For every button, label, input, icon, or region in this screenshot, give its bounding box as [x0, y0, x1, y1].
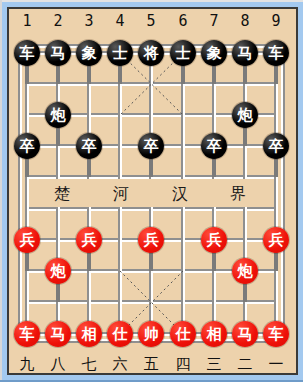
- file-number-bottom: 八: [47, 355, 69, 374]
- piece-black-士[interactable]: 士: [170, 40, 196, 66]
- piece-red-炮[interactable]: 炮: [45, 258, 71, 284]
- window-edge-highlight-left: [0, 0, 2, 382]
- piece-red-兵[interactable]: 兵: [14, 227, 40, 253]
- piece-black-士[interactable]: 士: [107, 40, 133, 66]
- piece-black-炮[interactable]: 炮: [45, 102, 71, 128]
- piece-red-车[interactable]: 车: [263, 321, 289, 347]
- file-number-top: 2: [47, 12, 69, 30]
- piece-red-车[interactable]: 车: [14, 321, 40, 347]
- file-number-bottom: 七: [78, 355, 100, 374]
- piece-black-卒[interactable]: 卒: [263, 133, 289, 159]
- piece-black-马[interactable]: 马: [232, 40, 258, 66]
- file-number-bottom: 二: [234, 355, 256, 374]
- piece-red-仕[interactable]: 仕: [170, 321, 196, 347]
- file-number-bottom: 四: [172, 355, 194, 374]
- river-label: 楚: [52, 184, 72, 205]
- piece-red-帅[interactable]: 帅: [138, 321, 164, 347]
- river-label: 界: [228, 184, 248, 205]
- piece-red-兵[interactable]: 兵: [138, 227, 164, 253]
- piece-black-炮[interactable]: 炮: [232, 102, 258, 128]
- piece-black-象[interactable]: 象: [201, 40, 227, 66]
- piece-black-将[interactable]: 将: [138, 40, 164, 66]
- xiangqi-window: 楚河汉界 123456789 九八七六五四三二一 车马象士将士象马车炮炮卒卒卒卒…: [0, 0, 303, 382]
- piece-red-仕[interactable]: 仕: [107, 321, 133, 347]
- piece-black-卒[interactable]: 卒: [138, 133, 164, 159]
- file-number-top: 8: [234, 12, 256, 30]
- piece-red-兵[interactable]: 兵: [76, 227, 102, 253]
- piece-black-卒[interactable]: 卒: [201, 133, 227, 159]
- piece-red-马[interactable]: 马: [232, 321, 258, 347]
- file-number-top: 6: [172, 12, 194, 30]
- file-number-bottom: 一: [265, 355, 287, 374]
- piece-red-马[interactable]: 马: [45, 321, 71, 347]
- file-number-bottom: 九: [16, 355, 38, 374]
- window-edge-highlight-top: [0, 0, 303, 2]
- file-number-bottom: 三: [203, 355, 225, 374]
- piece-black-车[interactable]: 车: [263, 40, 289, 66]
- river-label: 汉: [170, 184, 190, 205]
- piece-black-车[interactable]: 车: [14, 40, 40, 66]
- piece-red-相[interactable]: 相: [76, 321, 102, 347]
- game-board[interactable]: 楚河汉界 123456789 九八七六五四三二一 车马象士将士象马车炮炮卒卒卒卒…: [7, 7, 298, 375]
- file-number-top: 4: [109, 12, 131, 30]
- file-number-bottom: 五: [140, 355, 162, 374]
- river-label: 河: [111, 184, 131, 205]
- file-number-top: 1: [16, 12, 38, 30]
- file-number-top: 5: [140, 12, 162, 30]
- file-number-top: 9: [265, 12, 287, 30]
- file-number-top: 3: [78, 12, 100, 30]
- file-number-bottom: 六: [109, 355, 131, 374]
- piece-red-炮[interactable]: 炮: [232, 258, 258, 284]
- piece-black-象[interactable]: 象: [76, 40, 102, 66]
- file-number-top: 7: [203, 12, 225, 30]
- piece-black-马[interactable]: 马: [45, 40, 71, 66]
- piece-red-兵[interactable]: 兵: [201, 227, 227, 253]
- piece-red-兵[interactable]: 兵: [263, 227, 289, 253]
- piece-black-卒[interactable]: 卒: [76, 133, 102, 159]
- piece-red-相[interactable]: 相: [201, 321, 227, 347]
- piece-black-卒[interactable]: 卒: [14, 133, 40, 159]
